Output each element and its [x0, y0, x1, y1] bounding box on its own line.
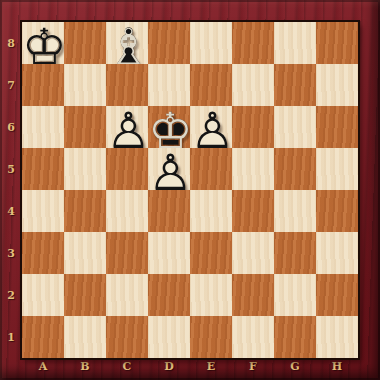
square-b7[interactable]: [64, 64, 106, 106]
square-c8[interactable]: ♝♗: [106, 22, 148, 64]
square-a4[interactable]: [22, 190, 64, 232]
square-d1[interactable]: [148, 316, 190, 358]
square-g7[interactable]: [274, 64, 316, 106]
file-label-d: D: [148, 358, 190, 375]
rank-label-6: 6: [0, 106, 22, 148]
square-g5[interactable]: [274, 148, 316, 190]
square-f7[interactable]: [232, 64, 274, 106]
square-a8[interactable]: ♚♔: [22, 22, 64, 64]
square-g4[interactable]: [274, 190, 316, 232]
square-d2[interactable]: [148, 274, 190, 316]
board-border: ♚♔♝♗♟♙♚♔♟♙♟♙: [22, 22, 358, 358]
square-h2[interactable]: [316, 274, 358, 316]
file-label-f: F: [232, 358, 274, 375]
square-d6[interactable]: ♚♔: [148, 106, 190, 148]
square-g3[interactable]: [274, 232, 316, 274]
rank-label-2: 2: [0, 274, 22, 316]
file-label-c: C: [106, 358, 148, 375]
square-c2[interactable]: [106, 274, 148, 316]
square-e6[interactable]: ♟♙: [190, 106, 232, 148]
square-a6[interactable]: [22, 106, 64, 148]
square-h6[interactable]: [316, 106, 358, 148]
square-h7[interactable]: [316, 64, 358, 106]
square-h1[interactable]: [316, 316, 358, 358]
square-h8[interactable]: [316, 22, 358, 64]
square-f5[interactable]: [232, 148, 274, 190]
rank-label-3: 3: [0, 232, 22, 274]
square-e5[interactable]: [190, 148, 232, 190]
square-g6[interactable]: [274, 106, 316, 148]
square-c6[interactable]: ♟♙: [106, 106, 148, 148]
square-e2[interactable]: [190, 274, 232, 316]
square-a1[interactable]: [22, 316, 64, 358]
square-f4[interactable]: [232, 190, 274, 232]
square-d4[interactable]: [148, 190, 190, 232]
square-g1[interactable]: [274, 316, 316, 358]
square-a5[interactable]: [22, 148, 64, 190]
rank-label-7: 7: [0, 64, 22, 106]
rank-label-5: 5: [0, 148, 22, 190]
square-f6[interactable]: [232, 106, 274, 148]
square-b5[interactable]: [64, 148, 106, 190]
square-f8[interactable]: [232, 22, 274, 64]
piece-white-pawn[interactable]: ♟♙: [190, 106, 232, 148]
piece-black-king[interactable]: ♚♔: [148, 106, 190, 148]
square-e3[interactable]: [190, 232, 232, 274]
rank-label-4: 4: [0, 190, 22, 232]
file-label-b: B: [64, 358, 106, 375]
board: ♚♔♝♗♟♙♚♔♟♙♟♙: [22, 22, 358, 358]
square-e4[interactable]: [190, 190, 232, 232]
square-c3[interactable]: [106, 232, 148, 274]
rank-label-8: 8: [0, 22, 22, 64]
file-label-a: A: [22, 358, 64, 375]
square-h5[interactable]: [316, 148, 358, 190]
square-e8[interactable]: [190, 22, 232, 64]
square-f2[interactable]: [232, 274, 274, 316]
square-b6[interactable]: [64, 106, 106, 148]
square-f1[interactable]: [232, 316, 274, 358]
square-c1[interactable]: [106, 316, 148, 358]
piece-white-pawn[interactable]: ♟♙: [106, 106, 148, 148]
square-h3[interactable]: [316, 232, 358, 274]
square-b4[interactable]: [64, 190, 106, 232]
square-a7[interactable]: [22, 64, 64, 106]
rank-label-1: 1: [0, 316, 22, 358]
square-d3[interactable]: [148, 232, 190, 274]
file-label-g: G: [274, 358, 316, 375]
file-labels: ABCDEFGH: [22, 358, 358, 380]
square-b3[interactable]: [64, 232, 106, 274]
square-g2[interactable]: [274, 274, 316, 316]
square-d8[interactable]: [148, 22, 190, 64]
square-c5[interactable]: [106, 148, 148, 190]
square-c7[interactable]: [106, 64, 148, 106]
square-b1[interactable]: [64, 316, 106, 358]
piece-black-bishop[interactable]: ♝♗: [106, 22, 148, 64]
square-a3[interactable]: [22, 232, 64, 274]
square-e7[interactable]: [190, 64, 232, 106]
chess-board-frame: 87654321 ABCDEFGH ♚♔♝♗♟♙♚♔♟♙♟♙: [0, 0, 380, 380]
square-h4[interactable]: [316, 190, 358, 232]
square-a2[interactable]: [22, 274, 64, 316]
square-d5[interactable]: ♟♙: [148, 148, 190, 190]
square-b8[interactable]: [64, 22, 106, 64]
piece-white-king[interactable]: ♚♔: [22, 22, 64, 64]
square-g8[interactable]: [274, 22, 316, 64]
square-e1[interactable]: [190, 316, 232, 358]
square-c4[interactable]: [106, 190, 148, 232]
file-label-e: E: [190, 358, 232, 375]
square-d7[interactable]: [148, 64, 190, 106]
square-f3[interactable]: [232, 232, 274, 274]
square-b2[interactable]: [64, 274, 106, 316]
file-label-h: H: [316, 358, 358, 375]
piece-white-pawn[interactable]: ♟♙: [148, 148, 190, 190]
rank-labels: 87654321: [0, 22, 22, 358]
